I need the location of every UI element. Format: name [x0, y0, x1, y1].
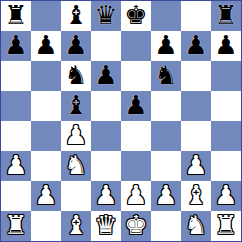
piece-white-bishop: ♝: [184, 181, 207, 210]
square-f7[interactable]: ♟: [151, 31, 181, 61]
square-d1[interactable]: ♛: [91, 211, 121, 241]
square-a2[interactable]: [1, 181, 31, 211]
square-f3[interactable]: [151, 151, 181, 181]
piece-black-bishop: ♝: [64, 91, 87, 120]
piece-black-bishop: ♝: [64, 1, 87, 30]
chess-board-wrapper: ♜♝♛♚♜♟♟♟♟♟♟♞♟♞♝♟♟♟♞♟♟♟♟♟♝♟♜♝♛♚♞♜: [0, 0, 242, 242]
piece-white-pawn: ♟: [64, 121, 87, 150]
square-b6[interactable]: [31, 61, 61, 91]
square-e6[interactable]: [121, 61, 151, 91]
square-b5[interactable]: [31, 91, 61, 121]
piece-black-pawn: ♟: [154, 31, 177, 60]
piece-black-pawn: ♟: [184, 31, 207, 60]
piece-white-queen: ♛: [94, 211, 117, 240]
square-a7[interactable]: ♟: [1, 31, 31, 61]
chess-board: ♜♝♛♚♜♟♟♟♟♟♟♞♟♞♝♟♟♟♞♟♟♟♟♟♝♟♜♝♛♚♞♜: [0, 0, 242, 242]
piece-black-rook: ♜: [214, 1, 237, 30]
square-g5[interactable]: [181, 91, 211, 121]
square-g1[interactable]: ♞: [181, 211, 211, 241]
square-a4[interactable]: [1, 121, 31, 151]
square-g4[interactable]: [181, 121, 211, 151]
piece-white-rook: ♜: [214, 211, 237, 240]
square-d5[interactable]: [91, 91, 121, 121]
square-e3[interactable]: [121, 151, 151, 181]
square-d8[interactable]: ♛: [91, 1, 121, 31]
square-b7[interactable]: ♟: [31, 31, 61, 61]
square-e2[interactable]: ♟: [121, 181, 151, 211]
piece-black-knight: ♞: [154, 61, 177, 90]
square-b2[interactable]: ♟: [31, 181, 61, 211]
square-e8[interactable]: ♚: [121, 1, 151, 31]
square-g6[interactable]: [181, 61, 211, 91]
square-h8[interactable]: ♜: [211, 1, 241, 31]
piece-black-queen: ♛: [94, 1, 117, 30]
piece-black-pawn: ♟: [64, 31, 87, 60]
square-d2[interactable]: ♟: [91, 181, 121, 211]
square-b4[interactable]: [31, 121, 61, 151]
piece-white-pawn: ♟: [124, 181, 147, 210]
square-c3[interactable]: ♞: [61, 151, 91, 181]
piece-white-pawn: ♟: [154, 181, 177, 210]
square-h4[interactable]: [211, 121, 241, 151]
square-h5[interactable]: [211, 91, 241, 121]
piece-white-knight: ♞: [184, 211, 207, 240]
square-e4[interactable]: [121, 121, 151, 151]
square-c5[interactable]: ♝: [61, 91, 91, 121]
piece-white-pawn: ♟: [214, 181, 237, 210]
piece-black-knight: ♞: [64, 61, 87, 90]
square-g2[interactable]: ♝: [181, 181, 211, 211]
square-b8[interactable]: [31, 1, 61, 31]
square-c6[interactable]: ♞: [61, 61, 91, 91]
square-f8[interactable]: [151, 1, 181, 31]
piece-black-pawn: ♟: [214, 31, 237, 60]
square-a6[interactable]: [1, 61, 31, 91]
piece-white-rook: ♜: [4, 211, 27, 240]
square-g3[interactable]: ♟: [181, 151, 211, 181]
piece-white-pawn: ♟: [4, 151, 27, 180]
square-d4[interactable]: [91, 121, 121, 151]
square-h3[interactable]: [211, 151, 241, 181]
square-e1[interactable]: ♚: [121, 211, 151, 241]
square-h7[interactable]: ♟: [211, 31, 241, 61]
square-c7[interactable]: ♟: [61, 31, 91, 61]
square-d7[interactable]: [91, 31, 121, 61]
square-e5[interactable]: ♟: [121, 91, 151, 121]
piece-white-pawn: ♟: [34, 181, 57, 210]
square-a1[interactable]: ♜: [1, 211, 31, 241]
square-c4[interactable]: ♟: [61, 121, 91, 151]
square-a8[interactable]: ♜: [1, 1, 31, 31]
square-a3[interactable]: ♟: [1, 151, 31, 181]
piece-white-knight: ♞: [64, 151, 87, 180]
square-d3[interactable]: [91, 151, 121, 181]
square-f4[interactable]: [151, 121, 181, 151]
square-f6[interactable]: ♞: [151, 61, 181, 91]
square-f1[interactable]: [151, 211, 181, 241]
piece-white-king: ♚: [124, 211, 147, 240]
piece-black-pawn: ♟: [94, 61, 117, 90]
piece-black-pawn: ♟: [4, 31, 27, 60]
square-c2[interactable]: [61, 181, 91, 211]
square-c8[interactable]: ♝: [61, 1, 91, 31]
square-g7[interactable]: ♟: [181, 31, 211, 61]
square-h6[interactable]: [211, 61, 241, 91]
piece-black-rook: ♜: [4, 1, 27, 30]
square-g8[interactable]: [181, 1, 211, 31]
square-a5[interactable]: [1, 91, 31, 121]
piece-black-pawn: ♟: [124, 91, 147, 120]
square-h1[interactable]: ♜: [211, 211, 241, 241]
square-f2[interactable]: ♟: [151, 181, 181, 211]
piece-white-pawn: ♟: [94, 181, 117, 210]
square-c1[interactable]: ♝: [61, 211, 91, 241]
square-d6[interactable]: ♟: [91, 61, 121, 91]
square-b1[interactable]: [31, 211, 61, 241]
square-f5[interactable]: [151, 91, 181, 121]
square-b3[interactable]: [31, 151, 61, 181]
square-h2[interactable]: ♟: [211, 181, 241, 211]
piece-white-pawn: ♟: [184, 151, 207, 180]
piece-white-bishop: ♝: [64, 211, 87, 240]
piece-black-king: ♚: [124, 1, 147, 30]
square-e7[interactable]: [121, 31, 151, 61]
piece-black-pawn: ♟: [34, 31, 57, 60]
